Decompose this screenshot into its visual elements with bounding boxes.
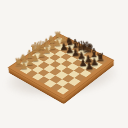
square bbox=[62, 75, 74, 83]
square bbox=[44, 80, 56, 88]
square bbox=[44, 65, 56, 72]
square bbox=[55, 64, 67, 71]
square bbox=[50, 83, 62, 91]
square bbox=[68, 78, 80, 86]
square bbox=[62, 67, 74, 74]
square bbox=[56, 71, 68, 79]
square bbox=[91, 62, 103, 69]
product-photo-scene: Wooden chess set product photo: board in… bbox=[0, 0, 128, 128]
square bbox=[80, 70, 92, 77]
square bbox=[67, 63, 79, 70]
square bbox=[85, 66, 97, 73]
square bbox=[32, 66, 44, 73]
square bbox=[73, 66, 85, 73]
square bbox=[79, 62, 91, 69]
square bbox=[32, 73, 44, 81]
square bbox=[20, 66, 32, 73]
square bbox=[63, 82, 75, 90]
square bbox=[50, 75, 62, 83]
square bbox=[38, 69, 50, 76]
square bbox=[74, 74, 86, 82]
square bbox=[26, 70, 38, 77]
square bbox=[50, 68, 62, 75]
square bbox=[38, 76, 50, 84]
square bbox=[44, 72, 56, 80]
square bbox=[96, 58, 108, 65]
square bbox=[56, 79, 68, 87]
square bbox=[57, 87, 69, 95]
square bbox=[68, 70, 80, 77]
